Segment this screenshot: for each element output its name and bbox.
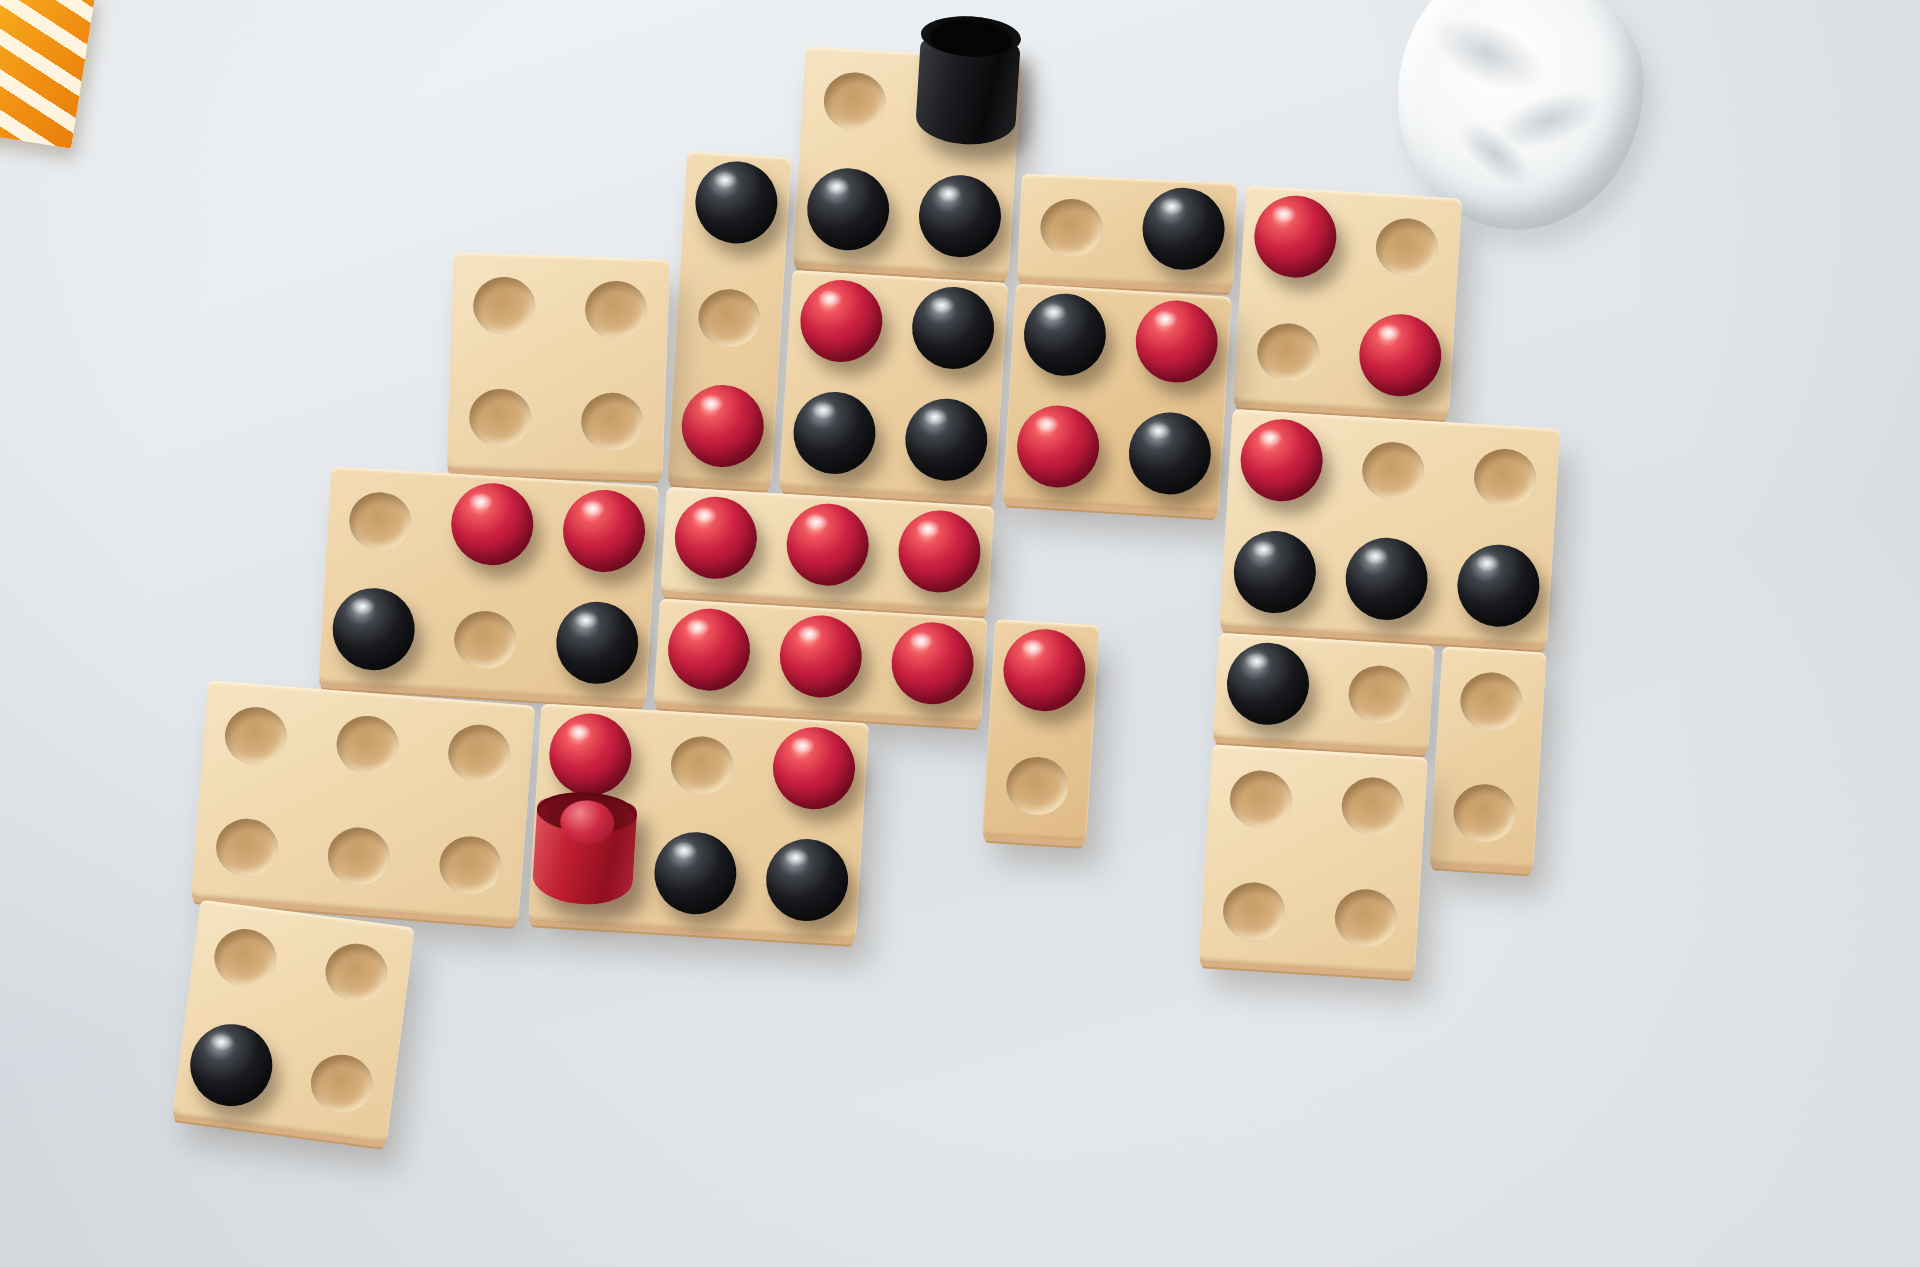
black-marble[interactable] xyxy=(917,173,1004,260)
black-marble[interactable] xyxy=(330,586,417,673)
red-marble[interactable] xyxy=(666,606,753,693)
hole[interactable] xyxy=(223,705,289,768)
tile-domino-1x2 xyxy=(1017,174,1237,287)
black-marble[interactable] xyxy=(1455,542,1542,629)
red-marble[interactable] xyxy=(679,383,766,470)
hole[interactable] xyxy=(214,817,280,880)
hole[interactable] xyxy=(453,609,518,671)
hole[interactable] xyxy=(334,714,400,777)
hole[interactable] xyxy=(580,392,644,452)
hole[interactable] xyxy=(584,280,648,340)
hole[interactable] xyxy=(1228,769,1293,831)
black-marble[interactable] xyxy=(1231,529,1318,616)
tile-bottom-2x3 xyxy=(528,704,869,940)
hole[interactable] xyxy=(1452,782,1517,844)
red-marble[interactable] xyxy=(771,725,858,812)
hole[interactable] xyxy=(326,825,392,888)
black-marble[interactable] xyxy=(1141,186,1226,271)
black-marble[interactable] xyxy=(1343,535,1430,622)
black-cup[interactable] xyxy=(914,13,1022,147)
red-marble[interactable] xyxy=(547,711,634,798)
black-marble[interactable] xyxy=(693,159,780,246)
red-marble[interactable] xyxy=(1015,403,1102,490)
hole[interactable] xyxy=(822,71,887,133)
hole[interactable] xyxy=(697,287,762,349)
hole[interactable] xyxy=(468,388,532,448)
red-marble[interactable] xyxy=(896,508,983,595)
black-marble[interactable] xyxy=(910,285,997,372)
black-marble[interactable] xyxy=(903,396,990,483)
tile-far-right-1x2 xyxy=(1429,646,1546,868)
black-marble[interactable] xyxy=(1126,410,1213,497)
tile-right-2x3 xyxy=(1220,409,1561,645)
black-marble[interactable] xyxy=(805,166,892,253)
hole[interactable] xyxy=(472,276,536,336)
red-marble[interactable] xyxy=(1357,312,1444,399)
board xyxy=(175,8,1585,1208)
red-cup[interactable] xyxy=(531,789,638,907)
red-marble[interactable] xyxy=(672,494,759,581)
black-marble[interactable] xyxy=(764,837,851,924)
red-marble[interactable] xyxy=(1133,298,1220,385)
tile-left-2x3 xyxy=(318,466,659,702)
hole[interactable] xyxy=(1472,447,1537,509)
orange-box xyxy=(0,0,96,149)
hole[interactable] xyxy=(307,1051,376,1117)
red-marble[interactable] xyxy=(798,278,885,365)
tile-top-right-2x2 xyxy=(1233,186,1462,415)
black-marble[interactable] xyxy=(791,389,878,476)
red-marble[interactable] xyxy=(784,501,871,588)
hole[interactable] xyxy=(1347,664,1412,726)
tile-red-row-upper-1x3 xyxy=(661,487,995,611)
black-marble[interactable] xyxy=(1225,640,1312,727)
red-marble[interactable] xyxy=(1001,627,1088,714)
tile-red-row-lower-1x3 xyxy=(654,599,988,723)
tile-cup-2x2 xyxy=(793,46,1022,275)
tile-lower-left-2x3 xyxy=(191,680,535,921)
red-marble[interactable] xyxy=(1252,193,1339,280)
black-marble[interactable] xyxy=(185,1019,277,1111)
hole[interactable] xyxy=(1256,322,1321,384)
red-marble[interactable] xyxy=(449,481,536,568)
hole[interactable] xyxy=(669,735,734,797)
hole[interactable] xyxy=(1333,887,1398,949)
tile-small-strip-1x2 xyxy=(982,619,1099,841)
black-marble[interactable] xyxy=(1022,291,1109,378)
tile-bottom-right-2x2 xyxy=(1199,745,1428,974)
hole[interactable] xyxy=(1361,440,1426,502)
red-marble[interactable] xyxy=(561,488,648,575)
tile-strip-1x3 xyxy=(667,151,791,485)
hole[interactable] xyxy=(446,722,512,785)
hole[interactable] xyxy=(322,940,391,1006)
tile-center-2x2 xyxy=(779,270,1008,499)
red-marble[interactable] xyxy=(1238,417,1325,504)
red-marble[interactable] xyxy=(889,620,976,707)
hole[interactable] xyxy=(437,834,503,897)
tile-top-left-2x2 xyxy=(447,252,670,475)
hole[interactable] xyxy=(1340,776,1405,838)
hole[interactable] xyxy=(1374,217,1439,279)
red-marble[interactable] xyxy=(777,613,864,700)
tile-center-right-2x2 xyxy=(1003,284,1232,513)
tile-small-domino-1x2 xyxy=(1213,633,1435,750)
black-marble[interactable] xyxy=(554,599,641,686)
hole[interactable] xyxy=(211,925,280,991)
hole[interactable] xyxy=(1039,198,1103,259)
black-marble[interactable] xyxy=(652,830,739,917)
hole[interactable] xyxy=(348,490,413,552)
hole[interactable] xyxy=(1221,881,1286,943)
hole[interactable] xyxy=(1005,755,1070,817)
tile-bottom-left-2x2 xyxy=(172,900,414,1142)
hole[interactable] xyxy=(1459,671,1524,733)
